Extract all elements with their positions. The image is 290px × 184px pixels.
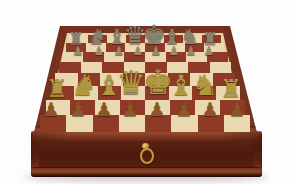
chess-set-photo: ♜♞♝♛♚♝♞♜♟♟♟♟♟♟♟♟♜♞♝♛♚♝♞♜♟♟♟♟♟♟♟♟ — [0, 0, 290, 184]
square-g3 — [192, 86, 216, 100]
square-d5 — [124, 62, 146, 73]
square-f7 — [165, 43, 185, 52]
square-c3 — [98, 86, 122, 100]
square-b8 — [88, 35, 107, 43]
square-c4 — [100, 73, 123, 86]
square-d7 — [125, 43, 145, 52]
square-g8 — [183, 35, 202, 43]
rank-2 — [46, 100, 245, 116]
square-h8 — [202, 35, 221, 43]
square-b7 — [86, 43, 106, 52]
square-g1 — [198, 115, 224, 132]
square-g4 — [190, 73, 213, 86]
square-h2 — [220, 100, 245, 116]
square-f5 — [167, 62, 189, 73]
square-g5 — [188, 62, 210, 73]
square-e4 — [145, 73, 168, 86]
square-b3 — [74, 86, 98, 100]
drawer-handle-ring-pull — [140, 148, 154, 164]
square-c6 — [104, 52, 125, 62]
rank-8 — [69, 35, 221, 43]
square-d2 — [120, 100, 145, 116]
square-c7 — [106, 43, 126, 52]
square-h4 — [213, 73, 236, 86]
square-f6 — [166, 52, 187, 62]
square-d8 — [126, 35, 145, 43]
rank-3 — [51, 86, 240, 100]
square-b5 — [81, 62, 103, 73]
square-f1 — [171, 115, 197, 132]
square-d1 — [119, 115, 145, 132]
square-h7 — [204, 43, 224, 52]
square-d4 — [123, 73, 146, 86]
square-e8 — [145, 35, 164, 43]
square-b2 — [70, 100, 95, 116]
rank-7 — [66, 43, 224, 52]
square-e2 — [145, 100, 170, 116]
square-e6 — [145, 52, 166, 62]
square-g6 — [186, 52, 207, 62]
square-g7 — [185, 43, 205, 52]
square-a6 — [63, 52, 84, 62]
square-h5 — [210, 62, 232, 73]
square-c2 — [95, 100, 120, 116]
square-f4 — [168, 73, 191, 86]
rank-6 — [63, 52, 228, 62]
square-f2 — [170, 100, 195, 116]
rank-4 — [55, 73, 235, 86]
square-a7 — [66, 43, 86, 52]
square-a4 — [55, 73, 78, 86]
square-f8 — [164, 35, 183, 43]
square-a3 — [51, 86, 75, 100]
chess-board — [0, 35, 290, 132]
square-e1 — [145, 115, 171, 132]
square-e3 — [145, 86, 169, 100]
square-e7 — [145, 43, 165, 52]
square-h6 — [207, 52, 228, 62]
square-a8 — [69, 35, 88, 43]
square-e5 — [145, 62, 167, 73]
square-h3 — [216, 86, 240, 100]
drawer-seam — [33, 167, 260, 168]
square-b6 — [83, 52, 104, 62]
square-b4 — [78, 73, 101, 86]
square-c8 — [107, 35, 126, 43]
square-b1 — [66, 115, 92, 132]
square-a5 — [59, 62, 81, 73]
square-a2 — [46, 100, 71, 116]
rank-5 — [59, 62, 231, 73]
square-h1 — [224, 115, 250, 132]
square-a1 — [40, 115, 66, 132]
square-c5 — [102, 62, 124, 73]
square-c1 — [93, 115, 119, 132]
square-d6 — [124, 52, 145, 62]
square-f3 — [169, 86, 193, 100]
rank-1 — [40, 115, 250, 132]
square-g2 — [195, 100, 220, 116]
square-d3 — [121, 86, 145, 100]
